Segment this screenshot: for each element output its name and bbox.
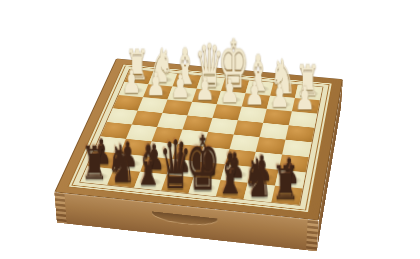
piece-white-pawn[interactable]: ♟: [245, 77, 265, 109]
piece-white-pawn[interactable]: ♟: [170, 70, 190, 102]
square-r2c6[interactable]: ♟: [242, 93, 270, 109]
piece-white-pawn[interactable]: ♟: [195, 73, 215, 105]
piece-white-pawn[interactable]: ♟: [220, 75, 240, 107]
square-r2c5[interactable]: ♟: [217, 91, 246, 107]
piece-black-knight[interactable]: ♞: [107, 138, 136, 191]
board-inlay-border: ♜♞♝♛♚♝♞♜♟♟♟♟♟♟♟♟♟♟♟♟♟♟♟♟♜♞♝♛♚♝♞♜: [67, 63, 332, 212]
square-r2c7[interactable]: ♟: [267, 95, 295, 111]
chess-board-grid: ♜♞♝♛♚♝♞♜♟♟♟♟♟♟♟♟♟♟♟♟♟♟♟♟♜♞♝♛♚♝♞♜: [79, 68, 323, 205]
piece-white-pawn[interactable]: ♟: [270, 80, 290, 112]
square-r8c8[interactable]: ♜: [271, 185, 302, 204]
square-r4c7[interactable]: [259, 122, 288, 139]
finger-notch[interactable]: [152, 211, 218, 227]
piece-white-pawn[interactable]: ♟: [122, 66, 142, 98]
square-r2c8[interactable]: ♟: [292, 98, 320, 114]
piece-white-pawn[interactable]: ♟: [146, 68, 166, 100]
piece-black-rook[interactable]: ♜: [272, 160, 300, 207]
square-r3c6[interactable]: [238, 106, 267, 122]
square-r4c6[interactable]: [234, 120, 263, 137]
product-photo: ♜♞♝♛♚♝♞♜♟♟♟♟♟♟♟♟♟♟♟♟♟♟♟♟♜♞♝♛♚♝♞♜: [0, 0, 420, 259]
piece-black-rook[interactable]: ♜: [81, 140, 108, 186]
piece-black-knight[interactable]: ♞: [243, 151, 273, 204]
square-r4c2[interactable]: [132, 110, 163, 126]
piece-black-bishop[interactable]: ♝: [215, 146, 245, 203]
piece-white-pawn[interactable]: ♟: [295, 82, 315, 115]
square-r2c4[interactable]: ♟: [192, 88, 221, 103]
chess-box: ♜♞♝♛♚♝♞♜♟♟♟♟♟♟♟♟♟♟♟♟♟♟♟♟♜♞♝♛♚♝♞♜: [54, 58, 343, 220]
chess-board: ♜♞♝♛♚♝♞♜♟♟♟♟♟♟♟♟♟♟♟♟♟♟♟♟♜♞♝♛♚♝♞♜: [54, 58, 343, 220]
square-r8c7[interactable]: ♞: [244, 182, 275, 201]
